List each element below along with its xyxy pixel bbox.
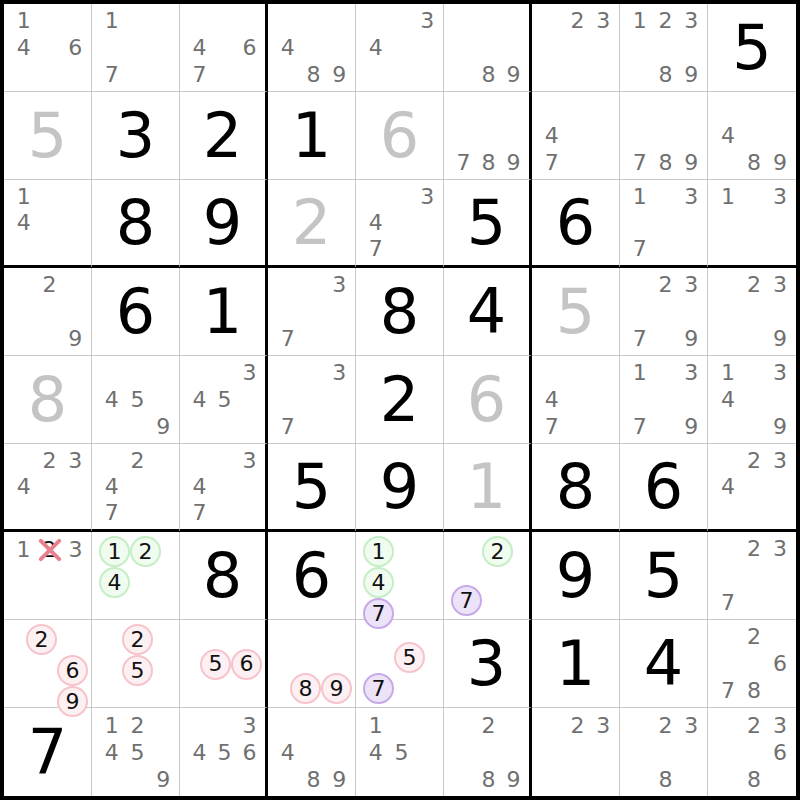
candidate-grid: 14 (4, 180, 91, 265)
candidate-pos-3: 3 (767, 448, 793, 474)
cell-r7c2[interactable]: 124 (92, 532, 180, 620)
candidate-pos-2: 2 (653, 8, 679, 35)
cell-r6c6[interactable]: 1 (444, 444, 532, 532)
cell-r3c9[interactable]: 13 (708, 180, 796, 268)
candidate-pos-2: 2 (37, 448, 63, 474)
candidate-pos-7: 7 (99, 500, 125, 526)
cell-r7c1[interactable]: 123 (4, 532, 92, 620)
candidate-pos-3: 3 (414, 8, 440, 35)
candidate-pos-4: 4 (99, 474, 125, 500)
candidate-grid: 347 (356, 180, 443, 265)
candidate-pos-7: 7 (451, 149, 476, 176)
cell-r8c8[interactable]: 4 (620, 620, 708, 708)
solved-digit: 3 (467, 633, 506, 695)
candidate-pos-2: 2 (37, 272, 63, 299)
candidate-pos-2: 2 (565, 8, 591, 35)
candidate-pos-8: 8 (301, 61, 327, 88)
cell-r6c5[interactable]: 9 (356, 444, 444, 532)
candidate-pos-7: 7 (451, 585, 482, 616)
candidate-pos-5: 5 (394, 642, 425, 673)
candidate-pos-5: 5 (389, 739, 415, 766)
cell-r2c8[interactable]: 789 (620, 92, 708, 180)
cell-r3c5[interactable]: 347 (356, 180, 444, 268)
candidate-pos-7: 7 (627, 413, 653, 440)
candidate-pos-2: 2 (125, 712, 151, 739)
candidate-grid: 789 (444, 92, 529, 179)
pink-circle-highlight: 9 (321, 673, 352, 704)
candidate-pos-7: 7 (363, 673, 394, 704)
candidate-pos-1: 1 (627, 8, 653, 35)
light-solved-digit: 8 (28, 369, 67, 431)
candidate-pos-7: 7 (715, 589, 741, 616)
solved-digit: 8 (116, 192, 155, 254)
candidate-pos-2: 2 (741, 624, 767, 651)
cell-r4c4[interactable]: 37 (268, 268, 356, 356)
candidate-pos-4: 4 (539, 387, 565, 414)
candidate-pos-4: 4 (187, 35, 212, 62)
candidate-grid: 89 (444, 4, 529, 91)
candidate-pos-1: 1 (363, 536, 394, 567)
cell-r1c9[interactable]: 5 (708, 4, 796, 92)
candidate-pos-1: 1 (11, 536, 36, 563)
candidate-pos-2: 2 (741, 536, 767, 563)
candidate-grid: 27 (444, 532, 529, 619)
candidate-pos-3: 3 (63, 536, 88, 563)
cell-r2c9[interactable]: 489 (708, 92, 796, 180)
cell-r1c5[interactable]: 34 (356, 4, 444, 92)
solved-digit: 8 (556, 456, 595, 518)
candidate-pos-6: 6 (57, 655, 88, 686)
candidate-pos-9: 9 (767, 149, 793, 176)
cell-r8c1[interactable]: 269 (4, 620, 92, 708)
cell-r4c3[interactable]: 1 (180, 268, 268, 356)
cell-r9c5[interactable]: 145 (356, 708, 444, 796)
candidate-grid: 1379 (620, 356, 707, 443)
candidate-grid: 239 (708, 268, 796, 355)
candidate-pos-2: 2 (125, 448, 151, 474)
candidate-grid: 23 (532, 708, 619, 796)
candidate-grid: 467 (180, 4, 265, 91)
cell-r2c7[interactable]: 47 (532, 92, 620, 180)
candidate-pos-3: 3 (678, 184, 704, 210)
purple-circle-highlight: 7 (363, 673, 394, 704)
cell-r6c8[interactable]: 6 (620, 444, 708, 532)
candidate-pos-1: 1 (99, 536, 130, 567)
candidate-pos-9: 9 (326, 61, 352, 88)
cell-r6c9[interactable]: 234 (708, 444, 796, 532)
cell-r2c2[interactable]: 3 (92, 92, 180, 180)
candidate-grid: 147 (356, 532, 443, 619)
pink-circle-highlight: 2 (26, 624, 57, 655)
candidate-pos-1: 1 (715, 360, 741, 387)
solved-digit: 4 (644, 633, 683, 695)
cell-r2c5[interactable]: 6 (356, 92, 444, 180)
candidate-grid: 13 (708, 180, 796, 265)
solved-digit: 5 (732, 17, 771, 79)
candidate-pos-1: 1 (715, 184, 741, 210)
solved-digit: 6 (292, 545, 331, 607)
candidate-pos-2: 2 (130, 536, 161, 567)
green-circle-highlight: 1 (363, 536, 394, 567)
candidate-grid: 146 (4, 4, 91, 91)
cell-r3c2[interactable]: 8 (92, 180, 180, 268)
candidate-pos-3: 3 (678, 272, 704, 299)
candidate-pos-8: 8 (741, 677, 767, 704)
candidate-grid: 3456 (180, 708, 265, 796)
candidate-pos-2: 2 (741, 448, 767, 474)
cell-r3c6[interactable]: 5 (444, 180, 532, 268)
cell-r5c9[interactable]: 1349 (708, 356, 796, 444)
light-solved-digit: 1 (467, 456, 506, 518)
candidate-pos-5: 5 (125, 387, 151, 414)
candidate-pos-2: 2 (26, 624, 57, 655)
cell-r4c2[interactable]: 6 (92, 268, 180, 356)
candidate-grid: 234 (4, 444, 91, 529)
cell-r1c1[interactable]: 146 (4, 4, 92, 92)
candidate-pos-5: 5 (125, 739, 151, 766)
light-solved-digit: 6 (467, 369, 506, 431)
candidate-pos-3: 3 (414, 184, 440, 210)
solved-digit: 5 (644, 545, 683, 607)
candidate-pos-5: 5 (212, 739, 237, 766)
candidate-pos-1: 1 (627, 360, 653, 387)
candidate-pos-6: 6 (62, 35, 88, 62)
candidate-grid: 17 (92, 4, 179, 91)
candidate-pos-4: 4 (11, 210, 37, 236)
candidate-pos-6: 6 (237, 35, 262, 62)
candidate-pos-2: 2 (741, 272, 767, 299)
solved-digit: 1 (292, 105, 331, 167)
cell-r9c7[interactable]: 23 (532, 708, 620, 796)
candidate-pos-3: 3 (767, 712, 793, 739)
candidate-pos-9: 9 (150, 413, 176, 440)
cell-r1c6[interactable]: 89 (444, 4, 532, 92)
solved-digit: 8 (203, 545, 242, 607)
candidate-pos-4: 4 (187, 474, 212, 500)
cell-r1c8[interactable]: 12389 (620, 4, 708, 92)
candidate-pos-6: 6 (237, 739, 262, 766)
cell-r5c6[interactable]: 6 (444, 356, 532, 444)
candidate-grid: 1349 (708, 356, 796, 443)
cell-r9c9[interactable]: 2368 (708, 708, 796, 796)
candidate-pos-8: 8 (741, 766, 767, 793)
candidate-pos-4: 4 (187, 387, 212, 414)
cell-r8c6[interactable]: 3 (444, 620, 532, 708)
candidate-pos-4: 4 (715, 123, 741, 150)
candidate-pos-4: 4 (363, 567, 394, 598)
candidate-grid: 789 (620, 92, 707, 179)
solved-digit: 9 (556, 545, 595, 607)
cell-r8c3[interactable]: 56 (180, 620, 268, 708)
candidate-pos-2: 2 (653, 712, 679, 739)
cell-r7c5[interactable]: 147 (356, 532, 444, 620)
candidate-pos-8: 8 (653, 149, 679, 176)
cell-r5c2[interactable]: 459 (92, 356, 180, 444)
candidate-pos-6: 6 (231, 649, 262, 680)
pink-circle-highlight: 5 (122, 655, 153, 686)
candidate-grid: 489 (268, 708, 355, 796)
candidate-pos-7: 7 (275, 325, 301, 352)
cell-r6c2[interactable]: 247 (92, 444, 180, 532)
cell-r2c6[interactable]: 789 (444, 92, 532, 180)
solved-digit: 2 (203, 105, 242, 167)
candidate-pos-9: 9 (678, 61, 704, 88)
candidate-pos-6: 6 (767, 739, 793, 766)
candidate-pos-3: 3 (326, 272, 352, 299)
candidate-pos-4: 4 (715, 474, 741, 500)
green-circle-highlight: 2 (130, 536, 161, 567)
solved-digit: 2 (380, 369, 419, 431)
candidate-pos-7: 7 (627, 236, 653, 262)
cell-r6c3[interactable]: 347 (180, 444, 268, 532)
candidate-pos-3: 3 (237, 448, 262, 474)
cell-r9c6[interactable]: 289 (444, 708, 532, 796)
candidate-pos-8: 8 (476, 149, 501, 176)
cell-r5c8[interactable]: 1379 (620, 356, 708, 444)
cell-r5c4[interactable]: 37 (268, 356, 356, 444)
candidate-grid: 289 (444, 708, 529, 796)
candidate-pos-4: 4 (99, 387, 125, 414)
light-solved-digit: 2 (292, 192, 331, 254)
candidate-pos-1: 1 (363, 712, 389, 739)
candidate-pos-7: 7 (627, 325, 653, 352)
candidate-pos-8: 8 (476, 766, 501, 793)
pink-circle-highlight: 2 (122, 624, 153, 655)
candidate-grid: 89 (268, 620, 355, 707)
cell-r3c8[interactable]: 137 (620, 180, 708, 268)
cell-r5c1[interactable]: 8 (4, 356, 92, 444)
candidate-pos-5: 5 (212, 387, 237, 414)
candidate-pos-3: 3 (237, 360, 262, 387)
candidate-pos-1: 1 (11, 8, 37, 35)
candidate-grid: 34 (356, 4, 443, 91)
candidate-pos-5: 5 (122, 655, 153, 686)
candidate-pos-3: 3 (590, 712, 616, 739)
candidate-pos-2: 2 (36, 536, 63, 563)
crossed-out-candidate-2: 2 (36, 536, 63, 563)
candidate-pos-4: 4 (363, 35, 389, 62)
candidate-pos-8: 8 (741, 149, 767, 176)
candidate-pos-7: 7 (187, 61, 212, 88)
cell-r5c3[interactable]: 345 (180, 356, 268, 444)
cell-r3c7[interactable]: 6 (532, 180, 620, 268)
solved-digit: 8 (380, 281, 419, 343)
candidate-grid: 12459 (92, 708, 179, 796)
pink-circle-highlight: 8 (290, 673, 321, 704)
candidate-pos-9: 9 (767, 325, 793, 352)
candidate-pos-1: 1 (11, 184, 37, 210)
sudoku-board: 1461746748934892312389553216789477894891… (0, 0, 800, 800)
cell-r4c8[interactable]: 2379 (620, 268, 708, 356)
candidate-pos-3: 3 (767, 272, 793, 299)
candidate-grid: 47 (532, 92, 619, 179)
cell-r2c1[interactable]: 5 (4, 92, 92, 180)
solved-digit: 9 (203, 192, 242, 254)
candidate-grid: 489 (708, 92, 796, 179)
cell-r2c4[interactable]: 1 (268, 92, 356, 180)
candidate-pos-9: 9 (62, 325, 88, 352)
solved-digit: 4 (467, 281, 506, 343)
elimination-x-icon (37, 537, 61, 561)
cell-r9c1[interactable]: 7 (4, 708, 92, 796)
candidate-pos-7: 7 (187, 500, 212, 526)
candidate-pos-9: 9 (326, 766, 352, 793)
candidate-grid: 269 (4, 620, 91, 707)
purple-circle-highlight: 7 (451, 585, 482, 616)
candidate-pos-4: 4 (275, 739, 301, 766)
candidate-pos-2: 2 (565, 712, 591, 739)
candidate-pos-9: 9 (501, 61, 526, 88)
candidate-pos-9: 9 (501, 149, 526, 176)
cell-r6c4[interactable]: 5 (268, 444, 356, 532)
candidate-grid: 2368 (708, 708, 796, 796)
cell-r7c9[interactable]: 237 (708, 532, 796, 620)
solved-digit: 5 (292, 456, 331, 518)
candidate-pos-9: 9 (678, 413, 704, 440)
solved-digit: 5 (467, 192, 506, 254)
candidate-pos-8: 8 (653, 61, 679, 88)
solved-digit: 1 (203, 281, 242, 343)
cell-r4c1[interactable]: 29 (4, 268, 92, 356)
candidate-grid: 37 (268, 268, 355, 355)
candidate-grid: 123 (4, 532, 91, 619)
candidate-pos-9: 9 (767, 413, 793, 440)
cell-r6c7[interactable]: 8 (532, 444, 620, 532)
candidate-pos-2: 2 (476, 712, 501, 739)
candidate-pos-8: 8 (290, 673, 321, 704)
cell-r7c3[interactable]: 8 (180, 532, 268, 620)
candidate-pos-9: 9 (678, 149, 704, 176)
candidate-grid: 12389 (620, 4, 707, 91)
cell-r6c1[interactable]: 234 (4, 444, 92, 532)
candidate-pos-5: 5 (200, 649, 231, 680)
cell-r8c7[interactable]: 1 (532, 620, 620, 708)
candidate-pos-1: 1 (627, 184, 653, 210)
candidate-pos-6: 6 (767, 651, 793, 678)
candidate-grid: 23 (532, 4, 619, 91)
cell-r5c7[interactable]: 47 (532, 356, 620, 444)
candidate-grid: 238 (620, 708, 707, 796)
cell-r7c4[interactable]: 6 (268, 532, 356, 620)
cell-r4c9[interactable]: 239 (708, 268, 796, 356)
candidate-grid: 234 (708, 444, 796, 529)
pink-circle-highlight: 6 (57, 655, 88, 686)
solved-digit: 6 (116, 281, 155, 343)
green-circle-highlight: 1 (99, 536, 130, 567)
candidate-pos-4: 4 (539, 123, 565, 150)
candidate-pos-7: 7 (627, 149, 653, 176)
candidate-pos-4: 4 (363, 210, 389, 236)
candidate-pos-9: 9 (501, 766, 526, 793)
cell-r9c2[interactable]: 12459 (92, 708, 180, 796)
cell-r9c4[interactable]: 489 (268, 708, 356, 796)
candidate-pos-3: 3 (767, 536, 793, 563)
cell-r4c6[interactable]: 4 (444, 268, 532, 356)
candidate-grid: 137 (620, 180, 707, 265)
candidate-pos-4: 4 (11, 474, 37, 500)
candidate-pos-3: 3 (678, 712, 704, 739)
solved-digit: 9 (380, 456, 419, 518)
elimination-x-icon (37, 537, 61, 561)
candidate-pos-7: 7 (363, 236, 389, 262)
candidate-grid: 56 (180, 620, 265, 707)
cell-r9c8[interactable]: 238 (620, 708, 708, 796)
cell-r4c5[interactable]: 8 (356, 268, 444, 356)
solved-digit: 6 (556, 192, 595, 254)
candidate-grid: 124 (92, 532, 179, 619)
candidate-pos-9: 9 (321, 673, 352, 704)
candidate-pos-3: 3 (326, 360, 352, 387)
cell-r7c6[interactable]: 27 (444, 532, 532, 620)
light-solved-digit: 5 (28, 105, 67, 167)
cell-r8c2[interactable]: 25 (92, 620, 180, 708)
cell-r8c9[interactable]: 2678 (708, 620, 796, 708)
candidate-pos-3: 3 (62, 448, 88, 474)
light-solved-digit: 5 (556, 281, 595, 343)
candidate-grid: 145 (356, 708, 443, 796)
candidate-pos-3: 3 (678, 360, 704, 387)
candidate-pos-7: 7 (539, 149, 565, 176)
solved-digit: 7 (28, 721, 67, 783)
candidate-pos-8: 8 (301, 766, 327, 793)
candidate-grid: 2678 (708, 620, 796, 707)
pink-circle-highlight: 6 (231, 649, 262, 680)
cell-r3c4[interactable]: 2 (268, 180, 356, 268)
cell-r1c3[interactable]: 467 (180, 4, 268, 92)
cell-r5c5[interactable]: 2 (356, 356, 444, 444)
candidate-pos-3: 3 (767, 360, 793, 387)
candidate-pos-2: 2 (482, 536, 513, 567)
candidate-grid: 37 (268, 356, 355, 443)
cell-r1c7[interactable]: 23 (532, 4, 620, 92)
cell-r3c1[interactable]: 14 (4, 180, 92, 268)
candidate-grid: 237 (708, 532, 796, 619)
candidate-pos-4: 4 (275, 35, 301, 62)
candidate-pos-1: 1 (99, 8, 125, 35)
candidate-pos-4: 4 (11, 35, 37, 62)
cell-r3c3[interactable]: 9 (180, 180, 268, 268)
green-circle-highlight: 4 (99, 567, 130, 598)
candidate-pos-9: 9 (678, 325, 704, 352)
cell-r7c8[interactable]: 5 (620, 532, 708, 620)
solved-digit: 3 (116, 105, 155, 167)
solved-digit: 6 (644, 456, 683, 518)
cell-r2c3[interactable]: 2 (180, 92, 268, 180)
cell-r8c5[interactable]: 57 (356, 620, 444, 708)
candidate-grid: 247 (92, 444, 179, 529)
light-solved-digit: 6 (380, 105, 419, 167)
candidate-grid: 459 (92, 356, 179, 443)
cell-r7c7[interactable]: 9 (532, 532, 620, 620)
cell-r1c2[interactable]: 17 (92, 4, 180, 92)
candidate-grid: 47 (532, 356, 619, 443)
candidate-grid: 57 (356, 620, 443, 707)
cell-r4c7[interactable]: 5 (532, 268, 620, 356)
candidate-grid: 347 (180, 444, 265, 529)
cell-r1c4[interactable]: 489 (268, 4, 356, 92)
candidate-pos-1: 1 (99, 712, 125, 739)
candidate-pos-7: 7 (99, 61, 125, 88)
green-circle-highlight: 4 (363, 567, 394, 598)
candidate-pos-2: 2 (122, 624, 153, 655)
candidate-pos-8: 8 (476, 61, 501, 88)
candidate-pos-4: 4 (363, 739, 389, 766)
cell-r9c3[interactable]: 3456 (180, 708, 268, 796)
cell-r8c4[interactable]: 89 (268, 620, 356, 708)
candidate-pos-4: 4 (715, 387, 741, 414)
candidate-pos-2: 2 (653, 272, 679, 299)
candidate-pos-9: 9 (150, 766, 176, 793)
